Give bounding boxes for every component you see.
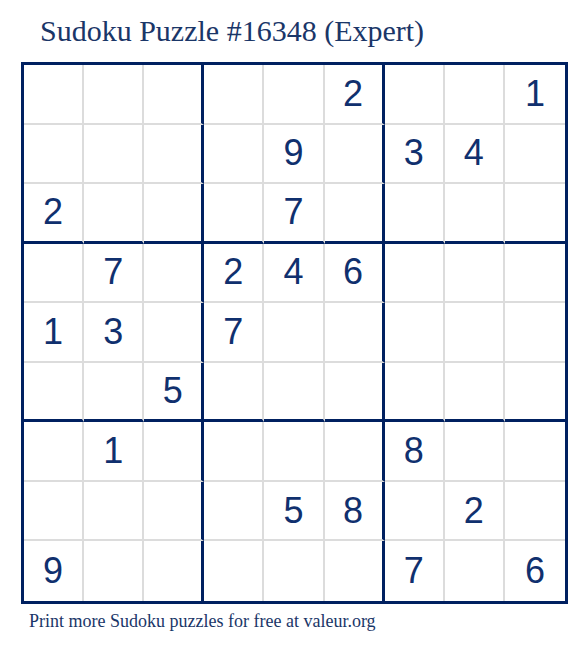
cell-r8c4-empty: [204, 482, 264, 542]
sudoku-print-page: Sudoku Puzzle #16348 (Expert) 2193427724…: [0, 0, 580, 651]
cell-r9c4-empty: [204, 541, 264, 601]
cell-r9c7-given-7: 7: [385, 541, 445, 601]
cell-r7c6-empty: [325, 422, 385, 482]
cell-r2c3-empty: [144, 125, 204, 185]
cell-r4c9-empty: [505, 244, 565, 304]
cell-r7c3-empty: [144, 422, 204, 482]
cell-r7c2-given-1: 1: [84, 422, 144, 482]
cell-r3c3-empty: [144, 184, 204, 244]
cell-r8c9-empty: [505, 482, 565, 542]
cell-r1c3-empty: [144, 65, 204, 125]
cell-r3c7-empty: [385, 184, 445, 244]
cell-r3c6-empty: [325, 184, 385, 244]
cell-r1c6-given-2: 2: [325, 65, 385, 125]
cell-r1c8-empty: [445, 65, 505, 125]
cell-r6c4-empty: [204, 363, 264, 423]
cell-r9c5-empty: [264, 541, 324, 601]
cell-r8c7-empty: [385, 482, 445, 542]
cell-r5c1-given-1: 1: [24, 303, 84, 363]
cell-r3c4-empty: [204, 184, 264, 244]
cell-r7c8-empty: [445, 422, 505, 482]
cell-r7c4-empty: [204, 422, 264, 482]
cell-r4c3-empty: [144, 244, 204, 304]
cell-r4c1-empty: [24, 244, 84, 304]
cell-r4c7-empty: [385, 244, 445, 304]
cell-r6c8-empty: [445, 363, 505, 423]
cell-r1c2-empty: [84, 65, 144, 125]
cell-r5c2-given-3: 3: [84, 303, 144, 363]
cell-r4c6-given-6: 6: [325, 244, 385, 304]
cell-r3c9-empty: [505, 184, 565, 244]
cell-r3c5-given-7: 7: [264, 184, 324, 244]
cell-r2c2-empty: [84, 125, 144, 185]
cell-r2c7-given-3: 3: [385, 125, 445, 185]
cell-r7c9-empty: [505, 422, 565, 482]
cell-r9c9-given-6: 6: [505, 541, 565, 601]
cell-r5c9-empty: [505, 303, 565, 363]
cell-r6c2-empty: [84, 363, 144, 423]
cell-r9c1-given-9: 9: [24, 541, 84, 601]
cell-r5c6-empty: [325, 303, 385, 363]
cell-r2c4-empty: [204, 125, 264, 185]
cell-r1c5-empty: [264, 65, 324, 125]
cell-r9c3-empty: [144, 541, 204, 601]
cell-r1c4-empty: [204, 65, 264, 125]
cell-r2c6-empty: [325, 125, 385, 185]
cell-r6c1-empty: [24, 363, 84, 423]
cell-r5c3-empty: [144, 303, 204, 363]
cell-r1c1-empty: [24, 65, 84, 125]
cell-r9c2-empty: [84, 541, 144, 601]
cell-r3c1-given-2: 2: [24, 184, 84, 244]
footer-credit: Print more Sudoku puzzles for free at va…: [29, 611, 376, 632]
cell-r8c3-empty: [144, 482, 204, 542]
cell-r5c8-empty: [445, 303, 505, 363]
cell-r5c7-empty: [385, 303, 445, 363]
cell-r3c8-empty: [445, 184, 505, 244]
sudoku-grid: 21934277246137518582976: [21, 62, 568, 604]
cell-r2c9-empty: [505, 125, 565, 185]
cell-r2c8-given-4: 4: [445, 125, 505, 185]
cell-r5c5-empty: [264, 303, 324, 363]
cell-r3c2-empty: [84, 184, 144, 244]
cell-r6c7-empty: [385, 363, 445, 423]
cell-r8c5-given-5: 5: [264, 482, 324, 542]
cell-r1c9-given-1: 1: [505, 65, 565, 125]
cell-r6c5-empty: [264, 363, 324, 423]
cell-r4c4-given-2: 2: [204, 244, 264, 304]
cell-r8c1-empty: [24, 482, 84, 542]
cell-r2c1-empty: [24, 125, 84, 185]
cell-r8c6-given-8: 8: [325, 482, 385, 542]
cell-r2c5-given-9: 9: [264, 125, 324, 185]
cell-r7c1-empty: [24, 422, 84, 482]
cell-r4c8-empty: [445, 244, 505, 304]
cell-r5c4-given-7: 7: [204, 303, 264, 363]
cell-r7c7-given-8: 8: [385, 422, 445, 482]
page-title: Sudoku Puzzle #16348 (Expert): [40, 14, 424, 48]
cell-r1c7-empty: [385, 65, 445, 125]
cell-r8c8-given-2: 2: [445, 482, 505, 542]
cell-r6c9-empty: [505, 363, 565, 423]
cell-r4c2-given-7: 7: [84, 244, 144, 304]
cell-r6c6-empty: [325, 363, 385, 423]
cell-r8c2-empty: [84, 482, 144, 542]
cell-r7c5-empty: [264, 422, 324, 482]
cell-r9c8-empty: [445, 541, 505, 601]
cell-r9c6-empty: [325, 541, 385, 601]
cell-r4c5-given-4: 4: [264, 244, 324, 304]
cell-r6c3-given-5: 5: [144, 363, 204, 423]
